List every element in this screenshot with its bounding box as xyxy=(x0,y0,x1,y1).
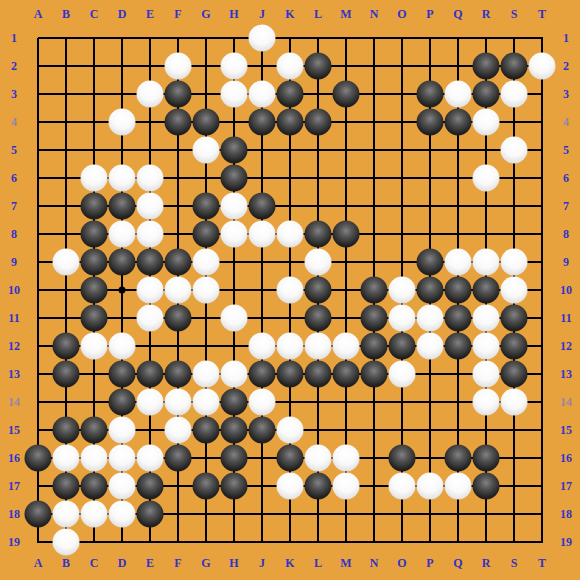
black-stone-R10[interactable] xyxy=(473,277,500,304)
col-label-top: Q xyxy=(453,7,462,22)
col-label-bottom: P xyxy=(426,556,433,571)
white-stone-D16[interactable] xyxy=(109,445,136,472)
row-label-right: 4 xyxy=(563,115,569,130)
black-stone-R17[interactable] xyxy=(473,473,500,500)
black-stone-C17[interactable] xyxy=(81,473,108,500)
col-label-top: F xyxy=(174,7,181,22)
white-stone-J3[interactable] xyxy=(249,81,276,108)
grid-line-horizontal xyxy=(38,541,543,542)
white-stone-F2[interactable] xyxy=(165,53,192,80)
row-label-left: 7 xyxy=(11,199,17,214)
black-stone-B12[interactable] xyxy=(53,333,80,360)
col-label-top: L xyxy=(314,7,322,22)
white-stone-M12[interactable] xyxy=(333,333,360,360)
white-stone-E14[interactable] xyxy=(137,389,164,416)
white-stone-G10[interactable] xyxy=(193,277,220,304)
black-stone-L10[interactable] xyxy=(305,277,332,304)
row-label-left: 2 xyxy=(11,59,17,74)
row-label-right: 2 xyxy=(563,59,569,74)
white-stone-S3[interactable] xyxy=(501,81,528,108)
col-label-top: O xyxy=(397,7,406,22)
white-stone-H8[interactable] xyxy=(221,221,248,248)
white-stone-E3[interactable] xyxy=(137,81,164,108)
white-stone-G5[interactable] xyxy=(193,137,220,164)
col-label-bottom: D xyxy=(118,556,127,571)
black-stone-H6[interactable] xyxy=(221,165,248,192)
row-label-right: 8 xyxy=(563,227,569,242)
black-stone-D14[interactable] xyxy=(109,389,136,416)
white-stone-F15[interactable] xyxy=(165,417,192,444)
row-label-right: 3 xyxy=(563,87,569,102)
white-stone-C12[interactable] xyxy=(81,333,108,360)
row-label-right: 17 xyxy=(560,479,572,494)
white-stone-L12[interactable] xyxy=(305,333,332,360)
white-stone-J1[interactable] xyxy=(249,25,276,52)
black-stone-G4[interactable] xyxy=(193,109,220,136)
black-stone-C10[interactable] xyxy=(81,277,108,304)
white-stone-D15[interactable] xyxy=(109,417,136,444)
white-stone-S14[interactable] xyxy=(501,389,528,416)
black-stone-N10[interactable] xyxy=(361,277,388,304)
white-stone-J12[interactable] xyxy=(249,333,276,360)
col-label-bottom: R xyxy=(482,556,491,571)
col-label-bottom: A xyxy=(34,556,43,571)
black-stone-D9[interactable] xyxy=(109,249,136,276)
col-label-bottom: G xyxy=(201,556,210,571)
black-stone-E13[interactable] xyxy=(137,361,164,388)
white-stone-B9[interactable] xyxy=(53,249,80,276)
black-stone-H17[interactable] xyxy=(221,473,248,500)
white-stone-K15[interactable] xyxy=(277,417,304,444)
black-stone-O12[interactable] xyxy=(389,333,416,360)
col-label-bottom: E xyxy=(146,556,154,571)
row-label-left: 6 xyxy=(11,171,17,186)
row-label-right: 18 xyxy=(560,507,572,522)
black-stone-Q12[interactable] xyxy=(445,333,472,360)
black-stone-P9[interactable] xyxy=(417,249,444,276)
row-label-left: 3 xyxy=(11,87,17,102)
row-label-left: 10 xyxy=(8,283,20,298)
white-stone-K8[interactable] xyxy=(277,221,304,248)
col-label-bottom: B xyxy=(62,556,70,571)
col-label-top: P xyxy=(426,7,433,22)
row-label-right: 19 xyxy=(560,535,572,550)
white-stone-C18[interactable] xyxy=(81,501,108,528)
white-stone-H2[interactable] xyxy=(221,53,248,80)
white-stone-O13[interactable] xyxy=(389,361,416,388)
grid-line-vertical xyxy=(541,38,542,543)
col-label-top: E xyxy=(146,7,154,22)
col-label-bottom: O xyxy=(397,556,406,571)
white-stone-E6[interactable] xyxy=(137,165,164,192)
white-stone-Q9[interactable] xyxy=(445,249,472,276)
col-label-top: B xyxy=(62,7,70,22)
col-label-top: K xyxy=(285,7,294,22)
white-stone-Q3[interactable] xyxy=(445,81,472,108)
white-stone-R6[interactable] xyxy=(473,165,500,192)
white-stone-P12[interactable] xyxy=(417,333,444,360)
black-stone-E17[interactable] xyxy=(137,473,164,500)
black-stone-Q16[interactable] xyxy=(445,445,472,472)
col-label-bottom: T xyxy=(538,556,546,571)
white-stone-E16[interactable] xyxy=(137,445,164,472)
row-label-right: 5 xyxy=(563,143,569,158)
black-stone-L8[interactable] xyxy=(305,221,332,248)
row-label-right: 14 xyxy=(560,395,572,410)
white-stone-S10[interactable] xyxy=(501,277,528,304)
black-stone-G17[interactable] xyxy=(193,473,220,500)
col-label-top: N xyxy=(370,7,379,22)
white-stone-P11[interactable] xyxy=(417,305,444,332)
row-label-right: 13 xyxy=(560,367,572,382)
black-stone-O16[interactable] xyxy=(389,445,416,472)
black-stone-P4[interactable] xyxy=(417,109,444,136)
white-stone-L16[interactable] xyxy=(305,445,332,472)
black-stone-F9[interactable] xyxy=(165,249,192,276)
row-label-left: 12 xyxy=(8,339,20,354)
white-stone-O10[interactable] xyxy=(389,277,416,304)
black-stone-N13[interactable] xyxy=(361,361,388,388)
white-stone-K10[interactable] xyxy=(277,277,304,304)
black-stone-G15[interactable] xyxy=(193,417,220,444)
black-stone-D13[interactable] xyxy=(109,361,136,388)
white-stone-B18[interactable] xyxy=(53,501,80,528)
col-label-top: R xyxy=(482,7,491,22)
white-stone-R14[interactable] xyxy=(473,389,500,416)
col-label-bottom: S xyxy=(511,556,518,571)
black-stone-F11[interactable] xyxy=(165,305,192,332)
row-label-left: 15 xyxy=(8,423,20,438)
white-stone-G13[interactable] xyxy=(193,361,220,388)
row-label-right: 16 xyxy=(560,451,572,466)
black-stone-B17[interactable] xyxy=(53,473,80,500)
white-stone-T2[interactable] xyxy=(529,53,556,80)
black-stone-H5[interactable] xyxy=(221,137,248,164)
white-stone-R12[interactable] xyxy=(473,333,500,360)
white-stone-Q17[interactable] xyxy=(445,473,472,500)
black-stone-F16[interactable] xyxy=(165,445,192,472)
black-stone-Q10[interactable] xyxy=(445,277,472,304)
black-stone-L17[interactable] xyxy=(305,473,332,500)
black-stone-S11[interactable] xyxy=(501,305,528,332)
row-label-right: 12 xyxy=(560,339,572,354)
row-label-left: 4 xyxy=(11,115,17,130)
black-stone-B15[interactable] xyxy=(53,417,80,444)
black-stone-G7[interactable] xyxy=(193,193,220,220)
row-label-left: 11 xyxy=(8,311,19,326)
white-stone-E10[interactable] xyxy=(137,277,164,304)
black-stone-N12[interactable] xyxy=(361,333,388,360)
row-label-left: 16 xyxy=(8,451,20,466)
black-stone-S13[interactable] xyxy=(501,361,528,388)
white-stone-S9[interactable] xyxy=(501,249,528,276)
black-stone-H15[interactable] xyxy=(221,417,248,444)
white-stone-K2[interactable] xyxy=(277,53,304,80)
white-stone-E7[interactable] xyxy=(137,193,164,220)
col-label-top: J xyxy=(259,7,265,22)
black-stone-Q11[interactable] xyxy=(445,305,472,332)
row-label-right: 7 xyxy=(563,199,569,214)
white-stone-F10[interactable] xyxy=(165,277,192,304)
black-stone-B13[interactable] xyxy=(53,361,80,388)
black-stone-C15[interactable] xyxy=(81,417,108,444)
white-stone-H11[interactable] xyxy=(221,305,248,332)
col-label-top: T xyxy=(538,7,546,22)
white-stone-R11[interactable] xyxy=(473,305,500,332)
black-stone-K3[interactable] xyxy=(277,81,304,108)
white-stone-R4[interactable] xyxy=(473,109,500,136)
col-label-top: A xyxy=(34,7,43,22)
black-stone-J15[interactable] xyxy=(249,417,276,444)
black-stone-J4[interactable] xyxy=(249,109,276,136)
col-label-bottom: F xyxy=(174,556,181,571)
row-label-left: 17 xyxy=(8,479,20,494)
white-stone-H7[interactable] xyxy=(221,193,248,220)
row-label-left: 19 xyxy=(8,535,20,550)
col-label-top: G xyxy=(201,7,210,22)
col-label-bottom: N xyxy=(370,556,379,571)
black-stone-D7[interactable] xyxy=(109,193,136,220)
black-stone-K16[interactable] xyxy=(277,445,304,472)
row-label-right: 6 xyxy=(563,171,569,186)
row-label-right: 9 xyxy=(563,255,569,270)
white-stone-F14[interactable] xyxy=(165,389,192,416)
col-label-top: D xyxy=(118,7,127,22)
white-stone-H3[interactable] xyxy=(221,81,248,108)
black-stone-L2[interactable] xyxy=(305,53,332,80)
col-label-top: M xyxy=(340,7,351,22)
black-stone-Q4[interactable] xyxy=(445,109,472,136)
black-stone-M3[interactable] xyxy=(333,81,360,108)
black-stone-J13[interactable] xyxy=(249,361,276,388)
black-stone-M8[interactable] xyxy=(333,221,360,248)
white-stone-B16[interactable] xyxy=(53,445,80,472)
go-board[interactable]: AABBCCDDEEFFGGHHJJKKLLMMNNOOPPQQRRSSTT11… xyxy=(0,0,580,580)
col-label-bottom: C xyxy=(90,556,99,571)
black-stone-F13[interactable] xyxy=(165,361,192,388)
white-stone-M16[interactable] xyxy=(333,445,360,472)
black-stone-E9[interactable] xyxy=(137,249,164,276)
black-stone-H16[interactable] xyxy=(221,445,248,472)
black-stone-E18[interactable] xyxy=(137,501,164,528)
col-label-bottom: L xyxy=(314,556,322,571)
black-stone-R2[interactable] xyxy=(473,53,500,80)
white-stone-D8[interactable] xyxy=(109,221,136,248)
black-stone-A18[interactable] xyxy=(25,501,52,528)
black-stone-G8[interactable] xyxy=(193,221,220,248)
white-stone-C16[interactable] xyxy=(81,445,108,472)
row-label-left: 1 xyxy=(11,31,17,46)
black-stone-K4[interactable] xyxy=(277,109,304,136)
row-label-right: 15 xyxy=(560,423,572,438)
white-stone-D6[interactable] xyxy=(109,165,136,192)
black-stone-A16[interactable] xyxy=(25,445,52,472)
white-stone-D4[interactable] xyxy=(109,109,136,136)
black-stone-L13[interactable] xyxy=(305,361,332,388)
black-stone-F3[interactable] xyxy=(165,81,192,108)
col-label-bottom: J xyxy=(259,556,265,571)
row-label-left: 5 xyxy=(11,143,17,158)
row-label-left: 18 xyxy=(8,507,20,522)
black-stone-C7[interactable] xyxy=(81,193,108,220)
black-stone-C9[interactable] xyxy=(81,249,108,276)
white-stone-L9[interactable] xyxy=(305,249,332,276)
col-label-top: C xyxy=(90,7,99,22)
white-stone-O17[interactable] xyxy=(389,473,416,500)
white-stone-H13[interactable] xyxy=(221,361,248,388)
white-stone-M17[interactable] xyxy=(333,473,360,500)
col-label-top: S xyxy=(511,7,518,22)
white-stone-E11[interactable] xyxy=(137,305,164,332)
white-stone-G14[interactable] xyxy=(193,389,220,416)
col-label-bottom: Q xyxy=(453,556,462,571)
star-point xyxy=(119,287,126,294)
black-stone-R16[interactable] xyxy=(473,445,500,472)
row-label-left: 13 xyxy=(8,367,20,382)
white-stone-J8[interactable] xyxy=(249,221,276,248)
black-stone-L4[interactable] xyxy=(305,109,332,136)
row-label-right: 10 xyxy=(560,283,572,298)
black-stone-N11[interactable] xyxy=(361,305,388,332)
white-stone-G9[interactable] xyxy=(193,249,220,276)
col-label-top: H xyxy=(229,7,238,22)
white-stone-D17[interactable] xyxy=(109,473,136,500)
row-label-right: 1 xyxy=(563,31,569,46)
white-stone-D12[interactable] xyxy=(109,333,136,360)
black-stone-R3[interactable] xyxy=(473,81,500,108)
white-stone-J14[interactable] xyxy=(249,389,276,416)
row-label-right: 11 xyxy=(560,311,571,326)
black-stone-P10[interactable] xyxy=(417,277,444,304)
black-stone-P3[interactable] xyxy=(417,81,444,108)
black-stone-F4[interactable] xyxy=(165,109,192,136)
black-stone-S2[interactable] xyxy=(501,53,528,80)
white-stone-E8[interactable] xyxy=(137,221,164,248)
row-label-left: 9 xyxy=(11,255,17,270)
row-label-left: 8 xyxy=(11,227,17,242)
white-stone-S5[interactable] xyxy=(501,137,528,164)
black-stone-L11[interactable] xyxy=(305,305,332,332)
black-stone-J7[interactable] xyxy=(249,193,276,220)
white-stone-B19[interactable] xyxy=(53,529,80,556)
black-stone-S12[interactable] xyxy=(501,333,528,360)
white-stone-R9[interactable] xyxy=(473,249,500,276)
black-stone-K13[interactable] xyxy=(277,361,304,388)
white-stone-K12[interactable] xyxy=(277,333,304,360)
black-stone-H14[interactable] xyxy=(221,389,248,416)
white-stone-C6[interactable] xyxy=(81,165,108,192)
col-label-bottom: M xyxy=(340,556,351,571)
col-label-bottom: K xyxy=(285,556,294,571)
col-label-bottom: H xyxy=(229,556,238,571)
row-label-left: 14 xyxy=(8,395,20,410)
white-stone-K17[interactable] xyxy=(277,473,304,500)
black-stone-C8[interactable] xyxy=(81,221,108,248)
white-stone-P17[interactable] xyxy=(417,473,444,500)
black-stone-M13[interactable] xyxy=(333,361,360,388)
white-stone-D18[interactable] xyxy=(109,501,136,528)
white-stone-O11[interactable] xyxy=(389,305,416,332)
white-stone-R13[interactable] xyxy=(473,361,500,388)
black-stone-C11[interactable] xyxy=(81,305,108,332)
